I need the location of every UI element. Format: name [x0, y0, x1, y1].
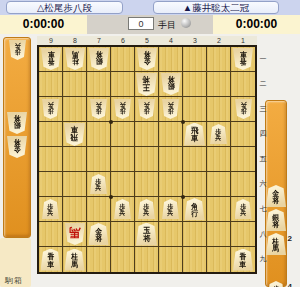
board-cell-5八[interactable]: 玉将 [135, 222, 159, 247]
piece-king[interactable]: 王将 [136, 73, 157, 96]
piece-silver[interactable]: 銀将 [89, 48, 109, 70]
file-label-7: 7 [87, 36, 111, 45]
board-cell-1二[interactable] [231, 72, 255, 97]
file-label-8: 8 [63, 36, 87, 45]
board-cell-7四[interactable] [87, 122, 111, 147]
rank-label-三: 三 [259, 104, 267, 114]
board-cell-8八[interactable]: 馬 [63, 222, 87, 247]
piece-box-tray: 駒箱 [0, 238, 31, 287]
board-cell-7五[interactable] [87, 147, 111, 172]
piece-silver[interactable]: 銀将 [7, 112, 27, 134]
board-cell-3六[interactable] [183, 172, 207, 197]
sente-player-button[interactable]: ▲藤井聡太二冠 [153, 1, 279, 14]
piece-kanji: 銀将 [95, 48, 102, 66]
board-cell-1九[interactable]: 香車 [231, 247, 255, 272]
piece-kanji: 歩兵 [240, 99, 246, 115]
board-cell-1七[interactable]: 歩兵 [231, 197, 255, 222]
board-cell-2五[interactable] [207, 147, 231, 172]
board-cell-7九[interactable] [87, 247, 111, 272]
board-cell-7七[interactable] [87, 197, 111, 222]
board-cell-9三[interactable]: 歩兵 [39, 97, 63, 122]
clock-row: 0:00:00 手目 0:00:00 [0, 15, 300, 34]
board-cell-7一[interactable]: 銀将 [87, 47, 111, 72]
board-cell-6八[interactable] [111, 222, 135, 247]
piece-kanji: 歩兵 [96, 179, 102, 195]
piece-kanji: 飛車 [191, 127, 198, 146]
rank-label-六: 六 [259, 179, 267, 189]
board-cell-8三[interactable] [63, 97, 87, 122]
board-cell-6二[interactable] [111, 72, 135, 97]
board-cell-5七[interactable]: 歩兵 [135, 197, 159, 222]
board-cell-6五[interactable] [111, 147, 135, 172]
board-cell-1八[interactable] [231, 222, 255, 247]
board-cell-2七[interactable] [207, 197, 231, 222]
piece-kanji: 桂馬 [71, 253, 78, 271]
piece-pawn[interactable]: 歩兵 [235, 199, 252, 219]
piece-kanji: 金将 [14, 136, 21, 154]
board-cell-2二[interactable] [207, 72, 231, 97]
board-cell-3三[interactable] [183, 97, 207, 122]
board-cell-6九[interactable] [111, 247, 135, 272]
piece-pawn[interactable]: 歩兵 [42, 99, 59, 119]
piece-kanji: 歩兵 [144, 204, 150, 220]
board-cell-4八[interactable] [159, 222, 183, 247]
piece-kanji: 玉将 [143, 227, 150, 246]
piece-kanji: 歩兵 [216, 129, 222, 145]
file-label-2: 2 [207, 36, 231, 45]
piece-pawn[interactable]: 歩兵 [268, 281, 285, 287]
gote-clock: 0:00:00 [0, 15, 87, 34]
board-cell-2一[interactable] [207, 47, 231, 72]
piece-kanji: 香車 [47, 48, 54, 66]
piece-gold[interactable]: 金将 [89, 223, 109, 245]
move-number-input[interactable] [128, 17, 154, 30]
gote-captured-tray: 歩兵銀将金将 [3, 37, 31, 238]
board-cell-5五[interactable] [135, 147, 159, 172]
hand-slot-knight: 桂馬2 [266, 233, 286, 255]
rank-label-二: 二 [259, 79, 267, 89]
piece-gold[interactable]: 金将 [7, 136, 27, 158]
board-cell-2三[interactable] [207, 97, 231, 122]
board-cell-5二[interactable]: 王将 [135, 72, 159, 97]
board-cell-9七[interactable]: 歩兵 [39, 197, 63, 222]
piece-gold[interactable]: 金将 [266, 185, 286, 207]
piece-pawn[interactable]: 歩兵 [90, 99, 107, 119]
hand-slot-gold: 金将 [4, 136, 30, 158]
piece-rook[interactable]: 飛車 [184, 123, 205, 146]
board-cell-6七[interactable]: 歩兵 [111, 197, 135, 222]
board-cell-1六[interactable] [231, 172, 255, 197]
piece-pawn[interactable]: 歩兵 [90, 174, 107, 194]
board-cell-7二[interactable] [87, 72, 111, 97]
board-cell-5六[interactable] [135, 172, 159, 197]
board-cell-8一[interactable]: 桂馬 [63, 47, 87, 72]
piece-pawn[interactable]: 歩兵 [235, 99, 252, 119]
piece-kanji: 歩兵 [48, 99, 54, 115]
piece-lance[interactable]: 香車 [233, 249, 253, 271]
piece-promoted-bishop[interactable]: 馬 [65, 223, 85, 245]
rank-label-一: 一 [259, 54, 267, 64]
piece-king[interactable]: 玉将 [136, 223, 157, 246]
board-cell-3九[interactable] [183, 247, 207, 272]
file-label-6: 6 [111, 36, 135, 45]
move-number-label: 手目 [158, 19, 176, 32]
board-cell-7八[interactable]: 金将 [87, 222, 111, 247]
sente-clock: 0:00:00 [213, 15, 300, 34]
board-cell-4四[interactable] [159, 122, 183, 147]
rank-label-九: 九 [259, 254, 267, 264]
piece-pawn[interactable]: 歩兵 [114, 199, 131, 219]
piece-silver[interactable]: 銀将 [266, 209, 286, 231]
board-cell-9五[interactable] [39, 147, 63, 172]
piece-knight[interactable]: 桂馬 [65, 249, 85, 271]
board-cell-1五[interactable] [231, 147, 255, 172]
board-cell-4六[interactable] [159, 172, 183, 197]
piece-kanji: 馬 [69, 223, 80, 239]
shogi-kifu-player: △松尾歩八段 ▲藤井聡太二冠 0:00:00 手目 0:00:00 歩兵銀将金将… [0, 0, 300, 287]
board-cell-9一[interactable]: 香車 [39, 47, 63, 72]
board-cell-4二[interactable]: 銀将 [159, 72, 183, 97]
board-cell-2八[interactable] [207, 222, 231, 247]
shogi-board: 香車桂馬銀将金将香車王将銀将歩兵歩兵歩兵歩兵歩兵歩兵飛車飛車歩兵歩兵歩兵歩兵歩兵… [37, 45, 257, 274]
file-label-1: 1 [231, 36, 255, 45]
piece-pawn[interactable]: 歩兵 [114, 99, 131, 119]
piece-pawn[interactable]: 歩兵 [210, 124, 227, 144]
hand-count: 2 [288, 235, 292, 243]
piece-knight[interactable]: 桂馬 [266, 233, 286, 255]
piece-kanji: 金将 [95, 228, 102, 246]
piece-lance[interactable]: 香車 [41, 48, 61, 70]
board-cell-8九[interactable]: 桂馬 [63, 247, 87, 272]
file-label-4: 4 [159, 36, 183, 45]
board-cell-5九[interactable] [135, 247, 159, 272]
piece-knight[interactable]: 桂馬 [65, 48, 85, 70]
piece-kanji: 王将 [143, 73, 150, 92]
hand-slot-silver: 銀将 [4, 112, 30, 134]
piece-lance[interactable]: 香車 [41, 249, 61, 271]
file-label-5: 5 [135, 36, 159, 45]
board-cell-8七[interactable] [63, 197, 87, 222]
piece-pawn[interactable]: 歩兵 [42, 199, 59, 219]
piece-kanji: 銀将 [167, 73, 174, 91]
board-cell-4三[interactable]: 歩兵 [159, 97, 183, 122]
board-cell-9九[interactable]: 香車 [39, 247, 63, 272]
file-coordinate-strip: 987654321 [37, 36, 257, 45]
piece-kanji: 桂馬 [273, 238, 280, 256]
piece-kanji: 角行 [191, 203, 198, 221]
board-cell-3七[interactable]: 角行 [183, 197, 207, 222]
board-cell-2四[interactable]: 歩兵 [207, 122, 231, 147]
rank-label-七: 七 [259, 204, 267, 214]
board-cell-5三[interactable]: 歩兵 [135, 97, 159, 122]
sente-captured-tray: 金将銀将桂馬2歩兵4 [265, 100, 287, 287]
piece-kanji: 歩兵 [240, 204, 246, 220]
file-label-3: 3 [183, 36, 207, 45]
piece-kanji: 歩兵 [144, 99, 150, 115]
board-cell-3一[interactable] [183, 47, 207, 72]
board-cell-5四[interactable] [135, 122, 159, 147]
piece-pawn[interactable]: 歩兵 [138, 99, 155, 119]
board-cell-6六[interactable] [111, 172, 135, 197]
piece-kanji: 銀将 [273, 214, 280, 232]
piece-bishop[interactable]: 角行 [185, 198, 205, 220]
piece-kanji: 香車 [240, 253, 247, 271]
piece-kanji: 銀将 [14, 112, 21, 130]
piece-pawn[interactable]: 歩兵 [162, 99, 179, 119]
piece-pawn[interactable]: 歩兵 [162, 199, 179, 219]
piece-kanji: 歩兵 [168, 99, 174, 115]
piece-pawn[interactable]: 歩兵 [9, 40, 26, 60]
gote-player-button[interactable]: △松尾歩八段 [6, 1, 123, 14]
board-cell-9八[interactable] [39, 222, 63, 247]
board-cell-8五[interactable] [63, 147, 87, 172]
piece-kanji: 金将 [273, 190, 280, 208]
piece-kanji: 歩兵 [168, 204, 174, 220]
board-cell-4一[interactable] [159, 47, 183, 72]
board-cell-9六[interactable] [39, 172, 63, 197]
rank-label-四: 四 [259, 129, 267, 139]
board-cell-3五[interactable] [183, 147, 207, 172]
piece-pawn[interactable]: 歩兵 [138, 199, 155, 219]
piece-box-label: 駒箱 [5, 275, 23, 286]
hand-slot-pawn: 歩兵4 [266, 281, 286, 287]
board-cell-3八[interactable] [183, 222, 207, 247]
player-name-bar: △松尾歩八段 ▲藤井聡太二冠 [0, 0, 300, 15]
board-cell-5一[interactable]: 金将 [135, 47, 159, 72]
board-cell-8四[interactable]: 飛車 [63, 122, 87, 147]
piece-kanji: 飛車 [71, 123, 78, 142]
board-cell-8六[interactable] [63, 172, 87, 197]
board-cell-2九[interactable] [207, 247, 231, 272]
board-cell-3四[interactable]: 飛車 [183, 122, 207, 147]
piece-kanji: 香車 [240, 48, 247, 66]
piece-lance[interactable]: 香車 [233, 48, 253, 70]
piece-gold[interactable]: 金将 [137, 48, 157, 70]
board-cell-1一[interactable]: 香車 [231, 47, 255, 72]
piece-kanji: 歩兵 [120, 99, 126, 115]
piece-kanji: 歩兵 [14, 40, 20, 56]
file-label-9: 9 [39, 36, 63, 45]
board-cell-6四[interactable] [111, 122, 135, 147]
board-cell-9二[interactable] [39, 72, 63, 97]
hand-count: 4 [288, 283, 292, 287]
board-cell-4九[interactable] [159, 247, 183, 272]
hand-slot-silver: 銀将 [266, 209, 286, 231]
rank-label-八: 八 [259, 229, 267, 239]
board-cell-6一[interactable] [111, 47, 135, 72]
piece-kanji: 香車 [47, 253, 54, 271]
board-cell-7六[interactable]: 歩兵 [87, 172, 111, 197]
board-cell-3二[interactable] [183, 72, 207, 97]
board-cell-2六[interactable] [207, 172, 231, 197]
board-cell-9四[interactable] [39, 122, 63, 147]
board-cell-8二[interactable] [63, 72, 87, 97]
piece-kanji: 歩兵 [120, 204, 126, 220]
board-area: 歩兵銀将金将 金将銀将桂馬2歩兵4 駒箱 987654321 香車桂馬銀将金将香… [0, 34, 300, 287]
hand-slot-pawn: 歩兵 [4, 40, 30, 60]
board-cell-4五[interactable] [159, 147, 183, 172]
piece-silver[interactable]: 銀将 [161, 73, 181, 95]
piece-kanji: 金将 [143, 48, 150, 66]
piece-kanji: 歩兵 [96, 99, 102, 115]
piece-rook[interactable]: 飛車 [64, 123, 85, 146]
piece-kanji: 桂馬 [71, 48, 78, 66]
counter-orb-icon [181, 18, 191, 28]
board-cell-4七[interactable]: 歩兵 [159, 197, 183, 222]
board-cell-1四[interactable] [231, 122, 255, 147]
rank-label-五: 五 [259, 154, 267, 164]
board-cell-7三[interactable]: 歩兵 [87, 97, 111, 122]
board-cell-6三[interactable]: 歩兵 [111, 97, 135, 122]
piece-kanji: 歩兵 [48, 204, 54, 220]
hand-slot-gold: 金将 [266, 185, 286, 207]
board-cell-1三[interactable]: 歩兵 [231, 97, 255, 122]
